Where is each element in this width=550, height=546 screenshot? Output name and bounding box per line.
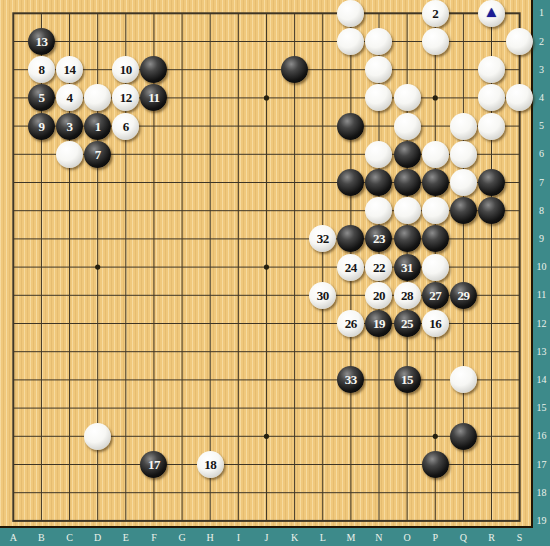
stone-Q6-white[interactable]	[450, 141, 477, 168]
stone-H17-white[interactable]: 18	[197, 451, 224, 478]
stone-P6-white[interactable]	[422, 141, 449, 168]
col-label-L: L	[313, 531, 333, 544]
row-label-14: 14	[533, 374, 550, 386]
move-number: 31	[401, 261, 413, 274]
move-number: 9	[38, 120, 44, 133]
row-label-11: 11	[533, 289, 550, 301]
star-point	[95, 265, 100, 270]
move-number: 33	[345, 373, 357, 386]
stone-N10-white[interactable]: 22	[365, 254, 392, 281]
stone-B3-white[interactable]: 8	[28, 56, 55, 83]
star-point	[433, 434, 438, 439]
stone-O14-black[interactable]: 15	[394, 366, 421, 393]
stone-P8-white[interactable]	[422, 197, 449, 224]
stone-Q7-white[interactable]	[450, 169, 477, 196]
stone-O5-white[interactable]	[394, 113, 421, 140]
move-number: 24	[345, 261, 357, 274]
col-label-S: S	[510, 531, 530, 544]
col-label-D: D	[88, 531, 108, 544]
stone-M10-white[interactable]: 24	[337, 254, 364, 281]
go-diagram: 2▲13814105412119316732232422313020282729…	[0, 0, 550, 546]
move-number: 32	[317, 232, 329, 245]
stone-O11-white[interactable]: 28	[394, 282, 421, 309]
col-label-A: A	[3, 531, 23, 544]
move-number: 19	[373, 317, 385, 330]
stone-E5-white[interactable]: 6	[112, 113, 139, 140]
move-number: 25	[401, 317, 413, 330]
col-label-C: C	[60, 531, 80, 544]
row-label-16: 16	[533, 430, 550, 442]
move-number: 23	[373, 232, 385, 245]
row-label-10: 10	[533, 261, 550, 273]
move-number: 28	[401, 289, 413, 302]
stone-Q11-black[interactable]: 29	[450, 282, 477, 309]
stone-R8-black[interactable]	[478, 197, 505, 224]
col-label-M: M	[341, 531, 361, 544]
stone-Q5-white[interactable]	[450, 113, 477, 140]
stone-M5-black[interactable]	[337, 113, 364, 140]
col-label-I: I	[228, 531, 248, 544]
stone-O7-black[interactable]	[394, 169, 421, 196]
row-label-9: 9	[533, 233, 550, 245]
star-point	[264, 265, 269, 270]
star-point	[264, 95, 269, 100]
col-label-Q: Q	[453, 531, 473, 544]
stone-O6-black[interactable]	[394, 141, 421, 168]
stone-O8-white[interactable]	[394, 197, 421, 224]
move-number: 2	[432, 7, 438, 20]
row-label-7: 7	[533, 177, 550, 189]
row-label-19: 19	[533, 515, 550, 527]
stone-P10-white[interactable]	[422, 254, 449, 281]
stone-D6-black[interactable]: 7	[84, 141, 111, 168]
move-number: 13	[35, 35, 47, 48]
col-label-E: E	[116, 531, 136, 544]
move-number: 8	[38, 63, 44, 76]
col-label-H: H	[200, 531, 220, 544]
stone-P17-black[interactable]	[422, 451, 449, 478]
move-number: 11	[148, 91, 159, 104]
move-number: 16	[429, 317, 441, 330]
move-number: 14	[64, 63, 76, 76]
stone-O9-black[interactable]	[394, 225, 421, 252]
move-number: 26	[345, 317, 357, 330]
stone-O12-black[interactable]: 25	[394, 310, 421, 337]
star-point	[433, 95, 438, 100]
stone-D5-black[interactable]: 1	[84, 113, 111, 140]
row-label-5: 5	[533, 120, 550, 132]
stone-R5-white[interactable]	[478, 113, 505, 140]
move-number: 17	[148, 458, 160, 471]
row-label-8: 8	[533, 205, 550, 217]
move-number: 18	[204, 458, 216, 471]
move-number: 5	[38, 91, 44, 104]
stone-B5-black[interactable]: 9	[28, 113, 55, 140]
move-number: 27	[429, 289, 441, 302]
move-number: 22	[373, 261, 385, 274]
stone-L11-white[interactable]: 30	[309, 282, 336, 309]
move-number: 1	[95, 120, 101, 133]
row-label-12: 12	[533, 318, 550, 330]
col-label-R: R	[482, 531, 502, 544]
move-number: 29	[457, 289, 469, 302]
triangle-marker-icon: ▲	[484, 4, 500, 20]
move-number: 12	[120, 91, 132, 104]
stone-R1-white[interactable]: ▲	[478, 0, 505, 27]
stone-P11-black[interactable]: 27	[422, 282, 449, 309]
stone-Q16-black[interactable]	[450, 423, 477, 450]
stone-R7-black[interactable]	[478, 169, 505, 196]
move-number: 20	[373, 289, 385, 302]
stone-O4-white[interactable]	[394, 84, 421, 111]
row-label-1: 1	[533, 7, 550, 19]
move-number: 3	[67, 120, 73, 133]
col-label-N: N	[369, 531, 389, 544]
move-number: 6	[123, 120, 129, 133]
row-label-3: 3	[533, 64, 550, 76]
move-number: 4	[67, 91, 73, 104]
col-label-K: K	[285, 531, 305, 544]
stone-P9-black[interactable]	[422, 225, 449, 252]
stone-D16-white[interactable]	[84, 423, 111, 450]
row-label-15: 15	[533, 402, 550, 414]
stone-P2-white[interactable]	[422, 28, 449, 55]
row-label-13: 13	[533, 346, 550, 358]
stone-P1-white[interactable]: 2	[422, 0, 449, 27]
stone-Q8-black[interactable]	[450, 197, 477, 224]
col-label-P: P	[425, 531, 445, 544]
row-label-18: 18	[533, 487, 550, 499]
stone-M1-white[interactable]	[337, 0, 364, 27]
col-label-G: G	[172, 531, 192, 544]
stone-C6-white[interactable]	[56, 141, 83, 168]
stone-R3-white[interactable]	[478, 56, 505, 83]
star-point	[264, 434, 269, 439]
move-number: 7	[95, 148, 101, 161]
stone-P12-white[interactable]: 16	[422, 310, 449, 337]
row-label-2: 2	[533, 36, 550, 48]
stone-B2-black[interactable]: 13	[28, 28, 55, 55]
col-label-O: O	[397, 531, 417, 544]
row-label-4: 4	[533, 92, 550, 104]
row-label-6: 6	[533, 148, 550, 160]
stone-C5-black[interactable]: 3	[56, 113, 83, 140]
board-grid	[0, 0, 533, 528]
col-label-J: J	[256, 531, 276, 544]
move-number: 30	[317, 289, 329, 302]
go-board: 2▲13814105412119316732232422313020282729…	[0, 0, 533, 528]
row-label-17: 17	[533, 459, 550, 471]
move-number: 15	[401, 373, 413, 386]
stone-S2-white[interactable]	[506, 28, 533, 55]
stone-O10-black[interactable]: 31	[394, 254, 421, 281]
col-label-F: F	[144, 531, 164, 544]
move-number: 10	[120, 63, 132, 76]
stone-P7-black[interactable]	[422, 169, 449, 196]
col-label-B: B	[31, 531, 51, 544]
